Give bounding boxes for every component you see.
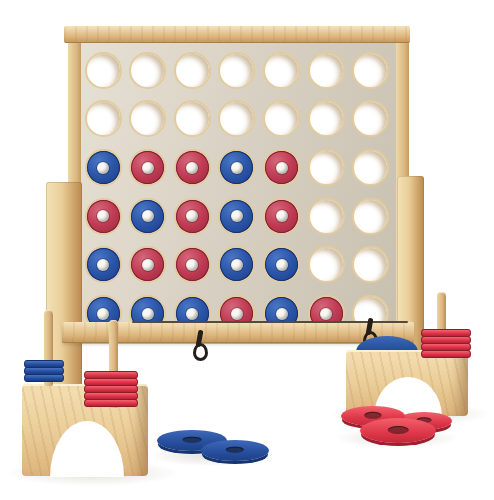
connect-four-scene — [0, 0, 494, 500]
hole — [263, 52, 300, 89]
red-disc-edge[interactable] — [84, 399, 138, 407]
red-disc[interactable] — [176, 200, 209, 233]
disc-center-hole — [142, 210, 154, 222]
red-disc[interactable] — [131, 248, 164, 281]
hole — [85, 198, 122, 235]
cell-r5-c3[interactable] — [170, 241, 215, 290]
hole — [352, 246, 389, 283]
disc-center-hole — [231, 210, 243, 222]
cell-r1-c2[interactable] — [126, 46, 171, 95]
hole — [129, 198, 166, 235]
hole — [129, 246, 166, 283]
hole — [129, 149, 166, 186]
cell-r1-c3[interactable] — [170, 46, 215, 95]
hole — [174, 100, 211, 137]
blue-disc[interactable] — [131, 200, 164, 233]
blue-disc-stack[interactable] — [24, 361, 64, 382]
hole — [174, 246, 211, 283]
hole — [218, 246, 255, 283]
cell-r3-c4[interactable] — [215, 143, 260, 192]
cell-r5-c7[interactable] — [348, 241, 393, 290]
disc-center-hole — [97, 162, 109, 174]
cell-r4-c6[interactable] — [304, 192, 349, 241]
cell-r5-c1[interactable] — [81, 241, 126, 290]
cell-r2-c3[interactable] — [170, 95, 215, 144]
cell-r3-c2[interactable] — [126, 143, 171, 192]
loose-blue-disc[interactable] — [201, 440, 269, 461]
cell-r2-c5[interactable] — [259, 95, 304, 144]
hole — [352, 52, 389, 89]
cell-r4-c1[interactable] — [81, 192, 126, 241]
cell-r5-c5[interactable] — [259, 241, 304, 290]
red-disc-stack-right[interactable] — [421, 330, 471, 358]
cell-r3-c7[interactable] — [348, 143, 393, 192]
red-disc[interactable] — [176, 248, 209, 281]
disc-center-hole — [186, 259, 198, 271]
cell-r2-c4[interactable] — [215, 95, 260, 144]
hole — [218, 52, 255, 89]
cell-r3-c5[interactable] — [259, 143, 304, 192]
loose-red-disc[interactable] — [360, 418, 436, 443]
disc-center-hole — [231, 259, 243, 271]
cell-r3-c1[interactable] — [81, 143, 126, 192]
hole — [308, 198, 345, 235]
disc-center-hole — [97, 308, 109, 320]
hole — [85, 246, 122, 283]
blue-disc[interactable] — [220, 151, 253, 184]
hole — [352, 100, 389, 137]
hole — [129, 52, 166, 89]
hole — [263, 246, 300, 283]
disc-center-hole — [97, 210, 109, 222]
cell-r4-c7[interactable] — [348, 192, 393, 241]
hole — [85, 100, 122, 137]
hole — [85, 52, 122, 89]
cell-r4-c4[interactable] — [215, 192, 260, 241]
hole — [352, 198, 389, 235]
latch-hook-left-icon[interactable] — [190, 330, 208, 360]
hole — [308, 100, 345, 137]
disc-center-hole — [97, 259, 109, 271]
hole — [174, 52, 211, 89]
disc-center-hole — [276, 259, 288, 271]
hole — [218, 149, 255, 186]
red-disc-edge[interactable] — [421, 350, 471, 358]
red-disc[interactable] — [87, 200, 120, 233]
hole — [85, 149, 122, 186]
blue-disc[interactable] — [220, 248, 253, 281]
cell-r1-c4[interactable] — [215, 46, 260, 95]
cell-r1-c6[interactable] — [304, 46, 349, 95]
red-disc[interactable] — [265, 151, 298, 184]
blue-disc[interactable] — [220, 200, 253, 233]
cell-r5-c2[interactable] — [126, 241, 171, 290]
cell-r4-c2[interactable] — [126, 192, 171, 241]
disc-center-hole — [142, 308, 154, 320]
hole — [263, 198, 300, 235]
cell-r4-c5[interactable] — [259, 192, 304, 241]
cell-r3-c6[interactable] — [304, 143, 349, 192]
cell-r4-c3[interactable] — [170, 192, 215, 241]
hole — [308, 246, 345, 283]
hole — [174, 198, 211, 235]
disc-center-hole — [231, 162, 243, 174]
disc-center-hole — [142, 162, 154, 174]
top-rail — [64, 26, 410, 43]
cell-r3-c3[interactable] — [170, 143, 215, 192]
disc-center-hole — [186, 210, 198, 222]
red-disc[interactable] — [176, 151, 209, 184]
cell-r5-c6[interactable] — [304, 241, 349, 290]
blue-disc[interactable] — [87, 151, 120, 184]
cell-r1-c1[interactable] — [81, 46, 126, 95]
cell-r2-c7[interactable] — [348, 95, 393, 144]
hole — [308, 149, 345, 186]
hole — [218, 100, 255, 137]
blue-disc[interactable] — [87, 248, 120, 281]
hole — [352, 149, 389, 186]
cell-r2-c6[interactable] — [304, 95, 349, 144]
disc-center-hole — [320, 308, 332, 320]
hole — [263, 149, 300, 186]
hole — [308, 52, 345, 89]
red-disc-stack-left[interactable] — [84, 372, 138, 407]
cell-r1-c7[interactable] — [348, 46, 393, 95]
left-base-arch — [50, 421, 124, 477]
disc-center-hole — [142, 259, 154, 271]
disc-center-hole — [186, 162, 198, 174]
cell-r5-c4[interactable] — [215, 241, 260, 290]
hole — [174, 149, 211, 186]
cell-r1-c5[interactable] — [259, 46, 304, 95]
hole — [218, 198, 255, 235]
blue-disc-edge[interactable] — [24, 374, 64, 382]
cell-r2-c1[interactable] — [81, 95, 126, 144]
blue-disc[interactable] — [265, 248, 298, 281]
disc-center-hole — [186, 308, 198, 320]
disc-center-hole — [276, 162, 288, 174]
hole — [263, 100, 300, 137]
disc-center-hole — [231, 308, 243, 320]
cell-r2-c2[interactable] — [126, 95, 171, 144]
hole — [129, 100, 166, 137]
red-disc[interactable] — [131, 151, 164, 184]
disc-center-hole — [276, 308, 288, 320]
board-grid — [81, 46, 393, 338]
red-disc[interactable] — [265, 200, 298, 233]
disc-center-hole — [276, 210, 288, 222]
